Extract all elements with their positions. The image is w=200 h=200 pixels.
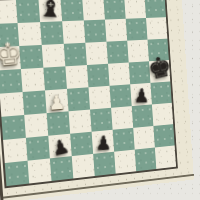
square-d3 — [69, 110, 92, 134]
square-h2 — [153, 124, 174, 147]
square-f1 — [114, 150, 136, 174]
square-g6 — [127, 40, 149, 63]
square-f5 — [108, 62, 130, 85]
square-e3 — [90, 108, 113, 132]
square-b7 — [18, 22, 42, 46]
square-h4 — [150, 81, 171, 104]
black-bishop-c8: ♝ — [38, 0, 63, 22]
square-f7 — [105, 19, 127, 42]
square-h8 — [145, 0, 166, 18]
square-f4 — [110, 84, 132, 107]
square-g1 — [135, 147, 157, 171]
square-b3 — [24, 113, 48, 138]
square-d7 — [62, 20, 85, 43]
chess-board-photo: ♝♚♚♟♟♟♟ — [0, 0, 200, 200]
square-d4 — [67, 87, 90, 111]
square-g5 — [129, 61, 151, 84]
square-d6 — [64, 43, 87, 67]
square-e7 — [84, 20, 107, 43]
square-c6 — [42, 44, 66, 68]
square-b5 — [21, 68, 45, 92]
square-d2 — [70, 132, 93, 156]
square-a8 — [0, 0, 18, 24]
square-b1 — [28, 158, 52, 183]
square-c7 — [40, 21, 64, 45]
square-g4: ♟ — [130, 83, 152, 106]
square-e6 — [85, 42, 108, 65]
square-a1 — [5, 161, 29, 186]
square-d1 — [72, 154, 95, 179]
square-b6 — [19, 45, 43, 69]
square-c3 — [47, 111, 71, 135]
square-g3 — [132, 104, 154, 127]
square-e4 — [88, 86, 111, 110]
square-f6 — [106, 41, 128, 64]
square-h5: ♚ — [149, 60, 170, 83]
board-perspective-wrap: ♝♚♚♟♟♟♟ — [0, 0, 194, 200]
square-c2: ♟ — [48, 134, 71, 159]
square-a2 — [3, 138, 27, 163]
square-a6: ♚ — [0, 46, 21, 70]
square-h3 — [152, 103, 173, 126]
black-pawn-e2: ♟ — [95, 133, 111, 153]
square-f8 — [103, 0, 125, 20]
square-c1 — [50, 156, 73, 181]
square-a7 — [0, 23, 19, 47]
square-g8 — [124, 0, 146, 19]
square-b2 — [26, 136, 50, 161]
square-c5 — [43, 66, 67, 90]
square-g2 — [133, 126, 155, 150]
square-b8 — [16, 0, 40, 23]
square-e1 — [93, 152, 116, 176]
square-e2: ♟ — [92, 130, 115, 154]
square-b4 — [23, 90, 47, 115]
square-h7 — [146, 17, 167, 39]
square-e5 — [87, 64, 110, 88]
square-c8: ♝ — [38, 0, 62, 22]
square-g7 — [126, 18, 148, 41]
square-a4 — [0, 92, 24, 117]
square-f2 — [113, 128, 135, 152]
black-pawn-g4: ♟ — [133, 86, 149, 105]
board-border: ♝♚♚♟♟♟♟ — [0, 0, 194, 200]
square-h1 — [155, 145, 176, 169]
square-c4: ♟ — [45, 89, 69, 113]
square-f3 — [111, 106, 133, 130]
chess-board: ♝♚♚♟♟♟♟ — [0, 0, 176, 186]
square-a5 — [0, 69, 23, 94]
square-e8 — [82, 0, 105, 20]
square-a3 — [1, 115, 26, 140]
white-pawn-c4: ♟ — [48, 92, 67, 113]
square-h6 — [148, 39, 169, 62]
square-d5 — [65, 65, 88, 89]
square-d8 — [61, 0, 84, 21]
